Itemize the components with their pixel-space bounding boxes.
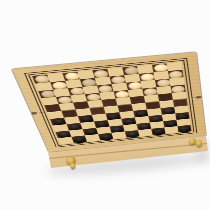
board-grid [32, 62, 191, 144]
hinge-notch-right [196, 96, 201, 99]
brass-clasp-icon [70, 163, 76, 170]
dark-checker[interactable] [152, 128, 165, 135]
board-square[interactable] [177, 125, 191, 132]
brass-clasp-right[interactable] [188, 135, 205, 151]
board-square[interactable] [138, 129, 153, 136]
brass-clasp-icon [189, 138, 197, 145]
dark-checker[interactable] [99, 133, 113, 140]
brass-clasp-front[interactable] [63, 156, 81, 172]
dark-checker[interactable] [125, 130, 139, 137]
draughts-board[interactable] [12, 52, 206, 152]
product-photo-scene [0, 0, 210, 210]
hinge-notch-left [31, 112, 37, 115]
board-square[interactable] [151, 127, 165, 134]
brass-clasp-icon [196, 139, 203, 147]
dark-checker[interactable] [177, 125, 190, 132]
board-square[interactable] [164, 126, 178, 133]
